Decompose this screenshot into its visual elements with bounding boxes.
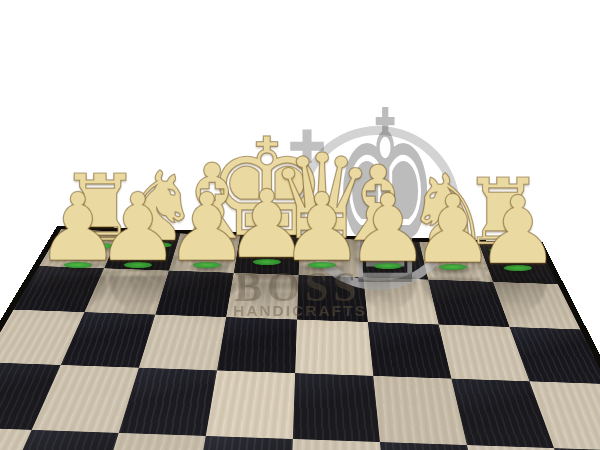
product-photo-stage: ♚ ✚ BOSS HANDICRAFTS ♚♚♝♝♞♞♛♛♜♜♝♝♞♞♜♜♟♟♟… (0, 0, 600, 450)
square-d4[interactable] (293, 373, 380, 442)
square-c2[interactable] (363, 277, 438, 324)
square-e4[interactable] (206, 370, 295, 439)
piece-white-pawn-a2[interactable]: ♟ (476, 184, 560, 278)
square-c4[interactable] (373, 376, 467, 445)
square-c3[interactable] (368, 322, 452, 379)
square-d3[interactable] (295, 320, 373, 376)
piece-white-pawn-f2[interactable]: ♟ (165, 181, 249, 275)
square-e3[interactable] (217, 317, 297, 373)
square-e5[interactable] (192, 436, 293, 450)
